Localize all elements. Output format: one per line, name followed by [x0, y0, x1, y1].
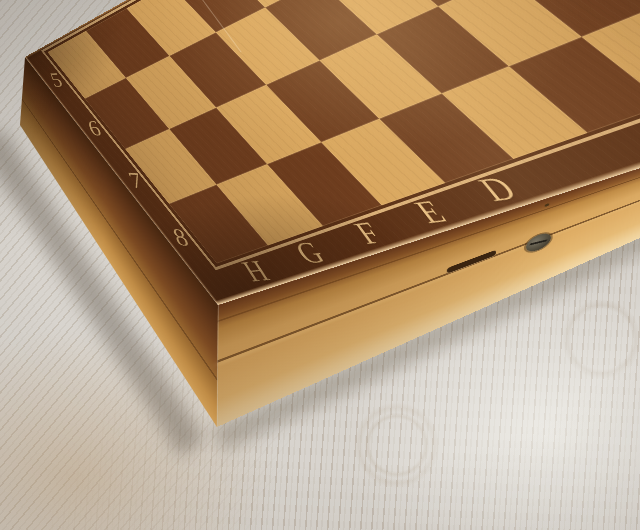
- chess-box-photo: 5678 HGFED: [0, 0, 640, 530]
- screw-slot: [530, 239, 548, 245]
